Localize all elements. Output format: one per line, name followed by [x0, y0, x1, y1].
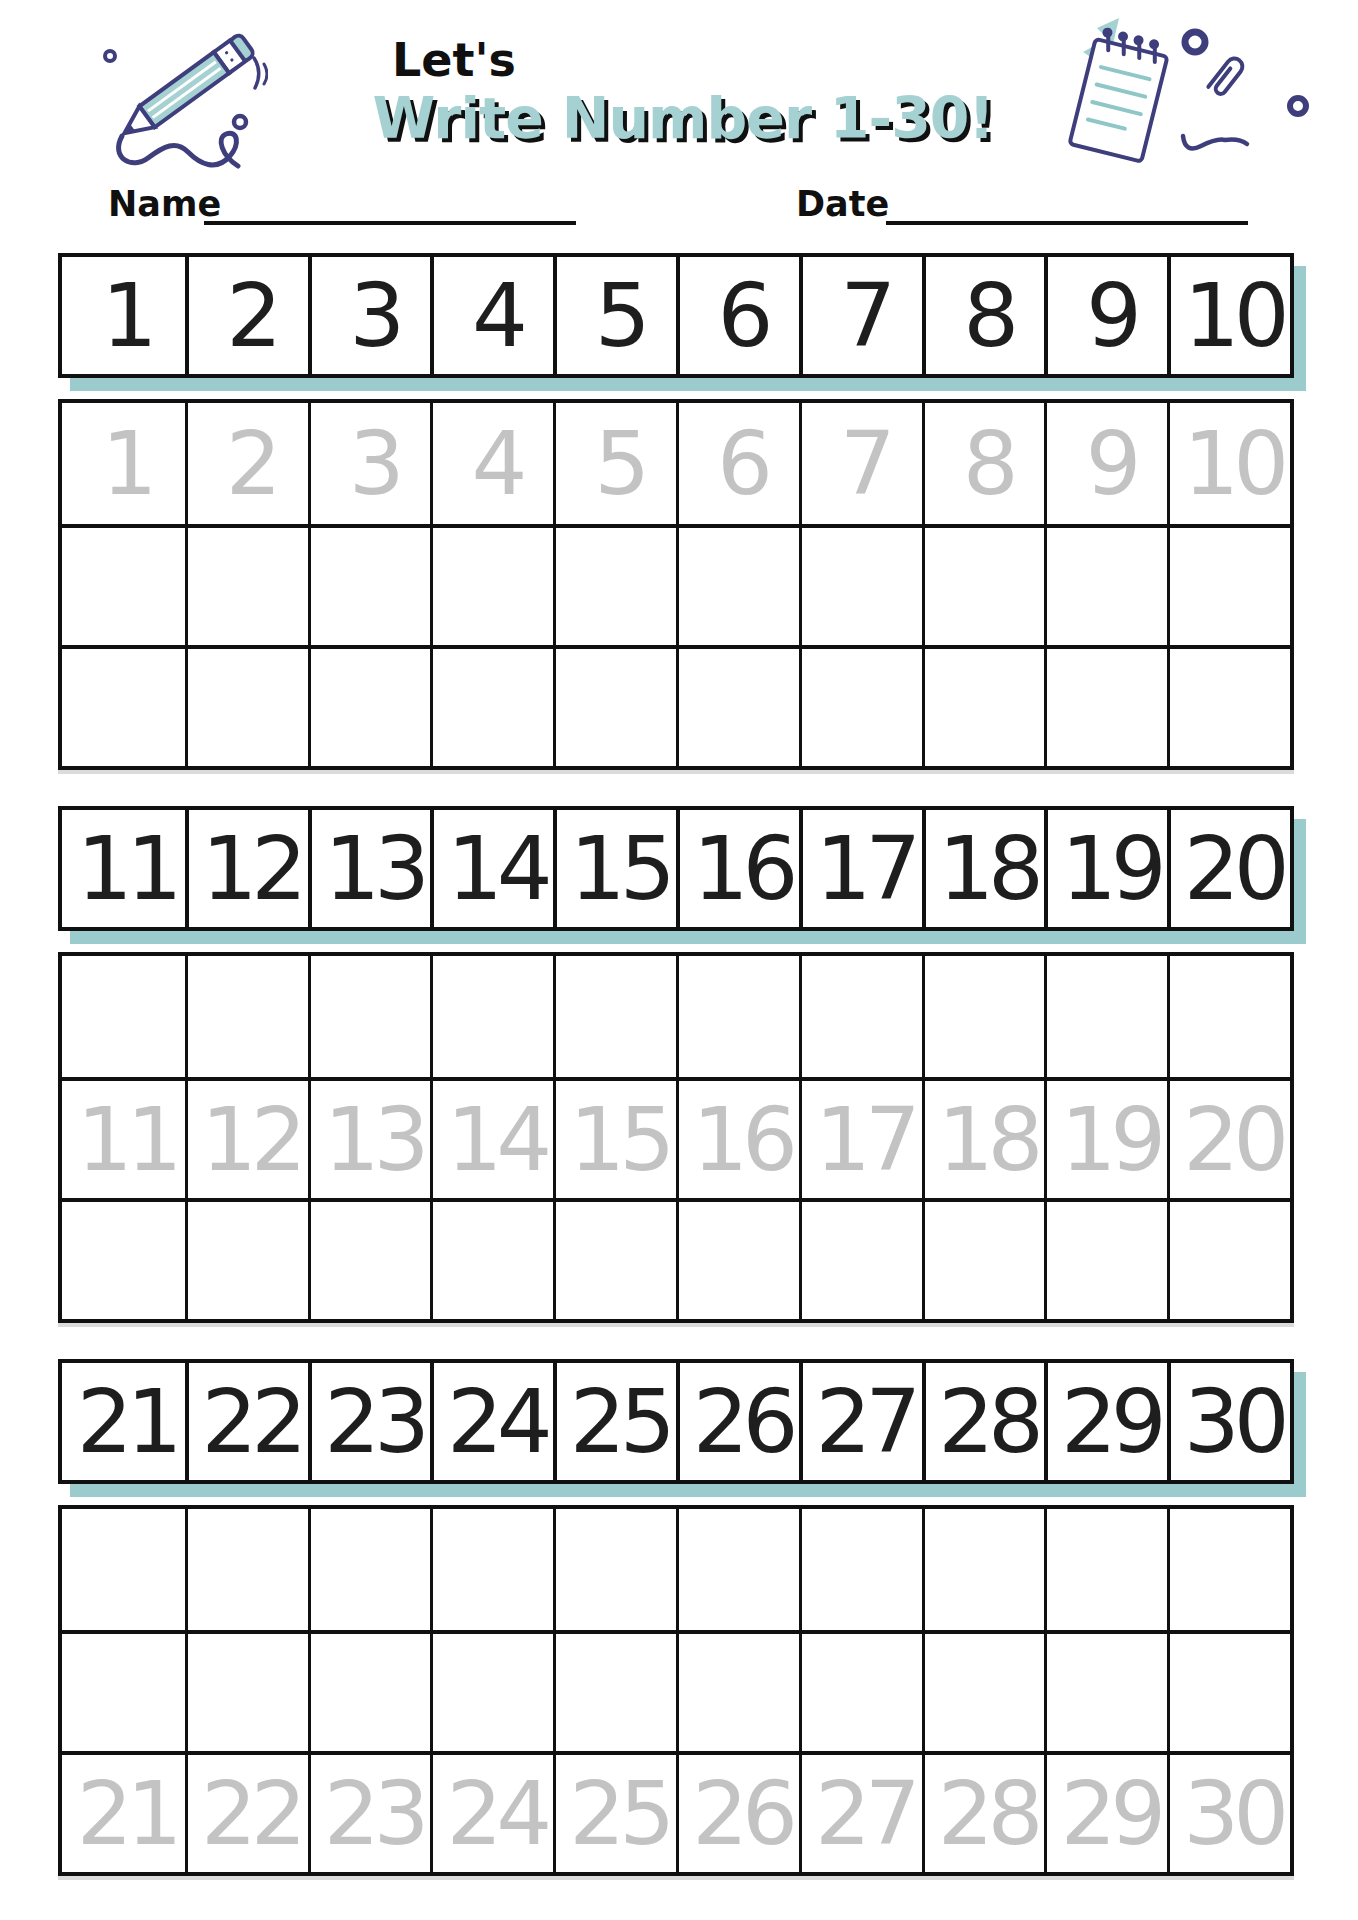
paperclip-icon [1208, 55, 1245, 96]
solid-number-cell-19: 19 [1044, 810, 1167, 927]
trace-number-cell-21: 21 [62, 1751, 185, 1872]
worksheet-header: Let's Write Number 1-30! [0, 0, 1358, 253]
trace-number-cell-6: 6 [676, 403, 799, 524]
squiggle-icon [1183, 136, 1247, 148]
empty-practice-cell [799, 956, 922, 1077]
empty-practice-cell [1044, 524, 1167, 645]
solid-number-cell-8: 8 [922, 257, 1045, 374]
empty-practice-cell [185, 1509, 308, 1630]
empty-practice-cell [308, 524, 431, 645]
solid-number-cell-2: 2 [185, 257, 308, 374]
trace-number-cell-17: 17 [799, 1077, 922, 1198]
trace-number-cell-9: 9 [1044, 403, 1167, 524]
trace-number-cell-4: 4 [430, 403, 553, 524]
trace-number-cell-8: 8 [922, 403, 1045, 524]
stationery-doodles [1055, 14, 1315, 174]
empty-practice-cell [553, 1198, 676, 1319]
section-1-10: 1234567891012345678910 [58, 253, 1294, 770]
section-21-30: 2122232425262728293021222324252627282930 [58, 1359, 1294, 1876]
empty-practice-cell [922, 1509, 1045, 1630]
solid-number-cell-13: 13 [308, 810, 431, 927]
empty-practice-cell [308, 1630, 431, 1751]
trace-number-cell-13: 13 [308, 1077, 431, 1198]
trace-number-cell-19: 19 [1044, 1077, 1167, 1198]
solid-number-cell-29: 29 [1044, 1363, 1167, 1480]
solid-number-row-1-10: 12345678910 [58, 253, 1294, 378]
date-label: Date [796, 184, 889, 224]
solid-number-cell-11: 11 [62, 810, 185, 927]
empty-practice-cell [553, 645, 676, 766]
solid-number-cell-16: 16 [676, 810, 799, 927]
empty-practice-cell [62, 1198, 185, 1319]
solid-number-cell-7: 7 [799, 257, 922, 374]
empty-practice-cell [553, 524, 676, 645]
empty-practice-cell [676, 1630, 799, 1751]
trace-number-cell-27: 27 [799, 1751, 922, 1872]
empty-practice-cell [1044, 1509, 1167, 1630]
trace-number-cell-5: 5 [553, 403, 676, 524]
motion-lines-icon [254, 58, 267, 88]
empty-practice-cell [185, 1630, 308, 1751]
empty-practice-cell [430, 645, 553, 766]
solid-number-cell-25: 25 [553, 1363, 676, 1480]
solid-number-cell-4: 4 [430, 257, 553, 374]
empty-practice-cell [62, 524, 185, 645]
trace-number-cell-29: 29 [1044, 1751, 1167, 1872]
practice-grid-1-10: 12345678910 [58, 399, 1294, 770]
solid-number-cell-12: 12 [185, 810, 308, 927]
empty-practice-cell [799, 524, 922, 645]
solid-number-cell-23: 23 [308, 1363, 431, 1480]
trace-number-cell-12: 12 [185, 1077, 308, 1198]
empty-practice-cell [1044, 645, 1167, 766]
name-line [204, 221, 576, 225]
pencil-doodle [88, 30, 268, 190]
trace-number-cell-10: 10 [1167, 403, 1290, 524]
empty-practice-cell [676, 524, 799, 645]
empty-practice-cell [308, 1198, 431, 1319]
trace-number-cell-3: 3 [308, 403, 431, 524]
empty-practice-cell [62, 645, 185, 766]
empty-practice-cell [922, 645, 1045, 766]
empty-practice-cell [185, 1198, 308, 1319]
empty-practice-cell [553, 956, 676, 1077]
empty-practice-cell [1167, 1198, 1290, 1319]
solid-number-cell-1: 1 [62, 257, 185, 374]
solid-number-cell-30: 30 [1167, 1363, 1290, 1480]
empty-practice-cell [308, 1509, 431, 1630]
squiggle-icon [119, 133, 238, 166]
empty-practice-cell [1167, 1630, 1290, 1751]
trace-number-cell-28: 28 [922, 1751, 1045, 1872]
solid-number-cell-22: 22 [185, 1363, 308, 1480]
empty-practice-cell [1044, 1198, 1167, 1319]
solid-number-cell-5: 5 [553, 257, 676, 374]
empty-practice-cell [922, 524, 1045, 645]
trace-number-cell-30: 30 [1167, 1751, 1290, 1872]
trace-number-cell-20: 20 [1167, 1077, 1290, 1198]
empty-practice-cell [62, 1630, 185, 1751]
empty-practice-cell [1167, 1509, 1290, 1630]
trace-number-cell-11: 11 [62, 1077, 185, 1198]
empty-practice-cell [553, 1509, 676, 1630]
trace-number-cell-7: 7 [799, 403, 922, 524]
empty-practice-cell [430, 956, 553, 1077]
date-line [886, 221, 1248, 225]
solid-number-cell-17: 17 [799, 810, 922, 927]
empty-practice-cell [1044, 956, 1167, 1077]
solid-number-cell-21: 21 [62, 1363, 185, 1480]
empty-practice-cell [430, 1630, 553, 1751]
empty-practice-cell [922, 1630, 1045, 1751]
trace-number-cell-23: 23 [308, 1751, 431, 1872]
empty-practice-cell [676, 956, 799, 1077]
solid-number-row-11-20: 11121314151617181920 [58, 806, 1294, 931]
empty-practice-cell [799, 1198, 922, 1319]
empty-practice-cell [676, 645, 799, 766]
solid-number-cell-14: 14 [430, 810, 553, 927]
empty-practice-cell [799, 1509, 922, 1630]
notepad-icon [1069, 27, 1170, 161]
trace-number-cell-24: 24 [430, 1751, 553, 1872]
solid-number-cell-3: 3 [308, 257, 431, 374]
number-sections: 1234567891012345678910111213141516171819… [58, 253, 1294, 1876]
empty-practice-cell [1167, 956, 1290, 1077]
practice-grid-11-20: 11121314151617181920 [58, 952, 1294, 1323]
empty-practice-cell [430, 1509, 553, 1630]
page-title: Write Number 1-30! [370, 90, 996, 147]
empty-practice-cell [185, 956, 308, 1077]
solid-number-cell-27: 27 [799, 1363, 922, 1480]
empty-practice-cell [185, 645, 308, 766]
trace-number-cell-2: 2 [185, 403, 308, 524]
ring-doodle-icon [1185, 32, 1306, 114]
trace-number-cell-15: 15 [553, 1077, 676, 1198]
trace-number-cell-26: 26 [676, 1751, 799, 1872]
empty-practice-cell [676, 1509, 799, 1630]
trace-number-cell-18: 18 [922, 1077, 1045, 1198]
empty-practice-cell [430, 524, 553, 645]
empty-practice-cell [799, 1630, 922, 1751]
solid-number-cell-9: 9 [1044, 257, 1167, 374]
practice-grid-21-30: 21222324252627282930 [58, 1505, 1294, 1876]
solid-number-cell-20: 20 [1167, 810, 1290, 927]
empty-practice-cell [676, 1198, 799, 1319]
empty-practice-cell [799, 645, 922, 766]
empty-practice-cell [308, 645, 431, 766]
solid-number-cell-24: 24 [430, 1363, 553, 1480]
trace-number-cell-25: 25 [553, 1751, 676, 1872]
empty-practice-cell [1044, 1630, 1167, 1751]
empty-practice-cell [62, 956, 185, 1077]
title-lets: Let's [370, 36, 996, 84]
empty-practice-cell [1167, 524, 1290, 645]
empty-practice-cell [922, 1198, 1045, 1319]
empty-practice-cell [430, 1198, 553, 1319]
empty-practice-cell [62, 1509, 185, 1630]
solid-number-cell-15: 15 [553, 810, 676, 927]
empty-practice-cell [553, 1630, 676, 1751]
empty-practice-cell [308, 956, 431, 1077]
solid-number-cell-26: 26 [676, 1363, 799, 1480]
solid-number-row-21-30: 21222324252627282930 [58, 1359, 1294, 1484]
empty-practice-cell [185, 524, 308, 645]
empty-practice-cell [922, 956, 1045, 1077]
solid-number-cell-6: 6 [676, 257, 799, 374]
solid-number-cell-28: 28 [922, 1363, 1045, 1480]
pencil-icon-svg [88, 30, 268, 190]
trace-number-cell-1: 1 [62, 403, 185, 524]
title-block: Let's Write Number 1-30! [370, 36, 996, 147]
empty-practice-cell [1167, 645, 1290, 766]
solid-number-cell-10: 10 [1167, 257, 1290, 374]
section-11-20: 1112131415161718192011121314151617181920 [58, 806, 1294, 1323]
trace-number-cell-16: 16 [676, 1077, 799, 1198]
trace-number-cell-14: 14 [430, 1077, 553, 1198]
worksheet-page: Let's Write Number 1-30! [0, 0, 1358, 1920]
stationery-icons-svg [1055, 14, 1315, 174]
solid-number-cell-18: 18 [922, 810, 1045, 927]
trace-number-cell-22: 22 [185, 1751, 308, 1872]
name-label: Name [108, 184, 221, 224]
